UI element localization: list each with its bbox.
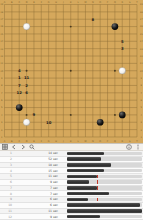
coordinate-label: Q — [114, 1, 116, 4]
move-bar-zone — [67, 186, 142, 189]
move-number-label[interactable]: 10 — [46, 120, 52, 125]
bar-value — [67, 157, 101, 160]
move-number-label[interactable]: 11 — [24, 75, 30, 80]
move-bar-zone — [67, 180, 142, 183]
move-time: 6 sec — [14, 197, 58, 201]
next-move-icon[interactable] — [20, 144, 26, 150]
bar-marker — [97, 175, 98, 178]
white-stone — [23, 23, 30, 30]
move-number-label[interactable]: 8 — [91, 17, 94, 22]
move-number-label[interactable]: 2 — [25, 83, 28, 88]
move-number-label[interactable]: 9 — [33, 112, 36, 117]
bar-value — [67, 152, 104, 155]
coordinate-label: 13 — [140, 48, 143, 51]
move-bar-zone — [67, 215, 142, 218]
coordinate-label: M — [84, 1, 86, 4]
bar-marker — [97, 198, 98, 201]
coordinate-label: N — [92, 1, 94, 4]
coordinate-label: G — [48, 140, 50, 143]
bar-value — [67, 175, 97, 178]
bar-value — [67, 198, 88, 201]
black-stone — [112, 23, 119, 30]
black-stone — [16, 104, 23, 111]
bar-value — [67, 163, 111, 166]
bar-value — [67, 169, 104, 172]
bar-value — [67, 209, 142, 212]
move-time: 15 sec — [14, 169, 58, 173]
toolbar — [0, 143, 143, 151]
move-time: 9 sec — [14, 215, 58, 219]
coordinate-label: 12 — [140, 55, 143, 58]
move-number-label[interactable]: 12 — [17, 90, 23, 95]
move-bar-zone — [67, 157, 142, 160]
star-point — [70, 114, 72, 116]
go-board[interactable]: AA1919BB1818CC1717DD1616EE1515FF1414GG13… — [0, 0, 143, 143]
coordinate-label: 11 — [140, 62, 143, 65]
bar-marker — [97, 186, 98, 189]
move-bar-zone — [67, 192, 142, 195]
move-number: 7 — [0, 186, 14, 190]
coordinate-label: 10 — [140, 70, 143, 73]
move-number: 2 — [0, 157, 14, 161]
bar-value — [67, 186, 97, 189]
move-time: 7 sec — [14, 186, 58, 190]
move-time: 14 sec — [14, 151, 58, 155]
star-point — [114, 70, 116, 72]
bar-value — [67, 215, 100, 218]
star-point — [26, 70, 28, 72]
overflow-menu-icon[interactable] — [135, 144, 141, 150]
coordinate-label: 14 — [140, 40, 143, 43]
move-number: 4 — [0, 169, 14, 173]
move-time: 52 sec — [14, 157, 58, 161]
star-point — [114, 114, 116, 116]
move-number-label[interactable]: 4 — [18, 68, 21, 73]
move-time: 7 sec — [14, 192, 58, 196]
coordinate-label: N — [92, 140, 94, 143]
coordinate-label: D — [26, 140, 28, 143]
black-stone — [119, 112, 126, 119]
move-bar-zone — [67, 209, 142, 212]
coordinate-label: Q — [114, 140, 116, 143]
move-row[interactable]: 129 sec — [0, 214, 143, 220]
search-icon[interactable] — [29, 144, 35, 150]
move-bar-zone — [67, 203, 142, 206]
move-number: 3 — [0, 163, 14, 167]
white-stone — [119, 67, 126, 74]
coordinate-label: H — [55, 140, 57, 143]
move-number: 8 — [0, 192, 14, 196]
move-bar-zone — [67, 169, 142, 172]
coordinate-label: O — [99, 1, 101, 4]
move-number: 6 — [0, 180, 14, 184]
coordinate-label: 18 — [140, 11, 143, 14]
coordinate-label: D — [26, 1, 28, 4]
move-time: 6 sec — [14, 203, 58, 207]
coordinate-label: 15 — [140, 33, 143, 36]
info-icon[interactable] — [126, 144, 132, 150]
move-number-label[interactable]: 3 — [121, 46, 124, 51]
grid-icon[interactable] — [2, 144, 8, 150]
coordinate-label: G — [48, 1, 50, 4]
move-time: 11 sec — [14, 174, 58, 178]
bar-value — [67, 203, 140, 206]
star-point — [70, 70, 72, 72]
move-number-label[interactable]: 1 — [18, 75, 21, 80]
star-point — [26, 114, 28, 116]
move-number: 10 — [0, 203, 14, 207]
prev-move-icon[interactable] — [11, 144, 17, 150]
coordinate-label: 17 — [140, 18, 143, 21]
move-time: 9 sec — [14, 180, 58, 184]
move-number-label[interactable]: 6 — [25, 90, 28, 95]
move-bar-zone — [67, 152, 142, 155]
coordinate-label: 19 — [140, 3, 143, 6]
bar-value — [67, 180, 89, 183]
move-number-label[interactable]: 7 — [18, 83, 21, 88]
star-point — [70, 26, 72, 28]
move-time: 18 sec — [14, 163, 58, 167]
move-number: 5 — [0, 174, 14, 178]
move-number-label[interactable]: 5 — [121, 39, 124, 44]
black-stone — [97, 119, 104, 126]
bar-value — [67, 192, 109, 195]
move-number: 9 — [0, 197, 14, 201]
coordinate-label: 16 — [140, 25, 143, 28]
move-number: 11 — [0, 209, 14, 213]
go-app-window: AA1919BB1818CC1717DD1616EE1515FF1414GG13… — [0, 0, 143, 220]
coordinate-label: H — [55, 1, 57, 4]
move-bar-zone — [67, 198, 142, 201]
go-board-svg[interactable]: AA1919BB1818CC1717DD1616EE1515FF1414GG13… — [0, 0, 143, 143]
move-time: 11 sec — [14, 209, 58, 213]
move-bar-zone — [67, 175, 142, 178]
bar-marker — [97, 180, 98, 183]
move-number: 12 — [0, 215, 14, 219]
move-number: 1 — [0, 151, 14, 155]
coordinate-label: O — [99, 140, 101, 143]
white-stone — [23, 119, 30, 126]
move-bar-zone — [67, 163, 142, 166]
coordinate-label: M — [84, 140, 86, 143]
move-list: 114 sec252 sec318 sec415 sec511 sec69 se… — [0, 151, 143, 220]
